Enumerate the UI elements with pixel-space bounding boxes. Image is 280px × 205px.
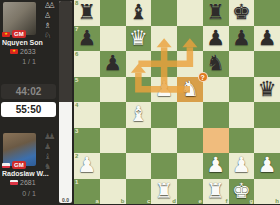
board-square-g4[interactable] [229, 102, 255, 128]
rank-label: 6 [75, 51, 78, 57]
black-pawn-h7[interactable]: ♟ [258, 26, 277, 52]
flag-star: ★ [10, 47, 18, 55]
black-king-g8[interactable]: ♚ [232, 0, 251, 26]
black-pawn-g7[interactable]: ♟ [232, 26, 251, 52]
board-square-b4[interactable] [100, 102, 126, 128]
board-square-c6[interactable] [126, 51, 152, 77]
board-square-h6[interactable] [254, 51, 280, 77]
board-square-h1[interactable]: h [254, 179, 280, 205]
board-square-f7[interactable]: ♟ [203, 26, 229, 52]
evaluation-bar-black-half [59, 1, 72, 102]
board-square-f1[interactable]: f♜ [203, 179, 229, 205]
bottom-captured-pieces: ♟♟♟♝♞ [44, 132, 58, 172]
top-player-name[interactable]: Nguyen Son [2, 39, 56, 46]
board-square-d6[interactable] [151, 51, 177, 77]
board-square-a3[interactable]: 3 [74, 128, 100, 154]
white-rook-d1[interactable]: ♜ [155, 179, 174, 205]
board-square-a4[interactable]: 4 [74, 102, 100, 128]
board-square-b8[interactable] [100, 0, 126, 26]
board-square-e1[interactable]: e [177, 179, 203, 205]
top-player-rating: 2633 [20, 48, 36, 55]
file-label: a [95, 198, 98, 204]
board-square-c8[interactable]: ♝ [126, 0, 152, 26]
top-country-flag-icon: ★ [2, 32, 10, 37]
captured-piece-icon: ♟♟ [44, 132, 58, 142]
board-square-h2[interactable]: ♟ [254, 153, 280, 179]
black-knight-f6[interactable]: ♞ [206, 51, 225, 77]
black-queen-h5[interactable]: ♛ [258, 77, 277, 103]
white-rook-f1[interactable]: ♜ [206, 179, 225, 205]
board-square-b1[interactable]: b [100, 179, 126, 205]
file-label: b [121, 198, 125, 204]
bottom-country-flag-icon [2, 163, 10, 168]
bottom-rating-flag-icon [10, 180, 18, 185]
board-square-g2[interactable]: ♟ [229, 153, 255, 179]
bottom-player-clock: 55:50 [1, 102, 56, 117]
white-queen-c7[interactable]: ♛ [129, 26, 148, 52]
top-match-score: 1 / 1 [0, 58, 58, 65]
board-square-c4[interactable]: ♝ [126, 102, 152, 128]
white-knight-e5[interactable]: ♞ [180, 77, 199, 103]
board-square-e2[interactable] [177, 153, 203, 179]
file-label: f [226, 198, 228, 204]
bottom-match-score: 0 / 1 [0, 190, 58, 197]
captured-piece-icon: ♙♙ [44, 1, 58, 11]
board-square-c2[interactable] [126, 153, 152, 179]
board-square-g3[interactable] [229, 128, 255, 154]
board-square-f4[interactable] [203, 102, 229, 128]
black-pawn-f7[interactable]: ♟ [206, 26, 225, 52]
board-square-a1[interactable]: 1a [74, 179, 100, 205]
captured-piece-icon: ♟ [44, 142, 58, 152]
rank-label: 3 [75, 128, 78, 134]
board-square-h4[interactable] [254, 102, 280, 128]
board-square-f2[interactable]: ♟ [203, 153, 229, 179]
black-pawn-b6[interactable]: ♟ [103, 51, 122, 77]
mistake-badge-icon: ? [198, 72, 208, 82]
captured-piece-icon: ♝ [44, 152, 58, 162]
board-square-g5[interactable] [229, 77, 255, 103]
board-square-f3[interactable] [203, 128, 229, 154]
rank-label: 1 [75, 179, 78, 185]
board-square-f8[interactable]: ♜ [203, 0, 229, 26]
board-square-d5[interactable]: ♟ [151, 77, 177, 103]
white-pawn-h2[interactable]: ♟ [258, 153, 277, 179]
board-square-b6[interactable]: ♟ [100, 51, 126, 77]
evaluation-bar: 0.0 [59, 1, 72, 203]
board-square-e4[interactable] [177, 102, 203, 128]
board-square-e7[interactable] [177, 26, 203, 52]
board-square-b3[interactable] [100, 128, 126, 154]
board-square-a5[interactable]: 5 [74, 77, 100, 103]
board-square-d1[interactable]: d♜ [151, 179, 177, 205]
board-square-d8[interactable] [151, 0, 177, 26]
top-captured-pieces: ♙♙♙♗♘ [44, 1, 58, 41]
black-rook-f8[interactable]: ♜ [206, 0, 225, 26]
file-label: e [198, 198, 201, 204]
board-square-e3[interactable] [177, 128, 203, 154]
board-square-h3[interactable] [254, 128, 280, 154]
file-label: c [147, 198, 150, 204]
board-square-d7[interactable] [151, 26, 177, 52]
board-square-b5[interactable] [100, 77, 126, 103]
evaluation-value: 0.0 [59, 197, 72, 203]
file-label: h [275, 198, 279, 204]
board-square-e8[interactable] [177, 0, 203, 26]
board-square-d2[interactable] [151, 153, 177, 179]
board-square-a2[interactable]: 2♟ [74, 153, 100, 179]
board-square-g7[interactable]: ♟ [229, 26, 255, 52]
chess-board[interactable]: 8♜♝♜♚7♟♛♟♟♟6♟♞5♟♞♛4♝32♟♟♟♟1abcd♜ef♜g♚h [74, 0, 280, 204]
bottom-gm-title-badge: GM [12, 161, 26, 169]
board-square-a6[interactable]: 6 [74, 51, 100, 77]
top-rating-flag-icon: ★ [10, 49, 18, 54]
board-square-b7[interactable] [100, 26, 126, 52]
white-pawn-g2[interactable]: ♟ [232, 153, 251, 179]
board-square-h7[interactable]: ♟ [254, 26, 280, 52]
black-rook-a8[interactable]: ♜ [77, 0, 96, 26]
top-player-clock: 44:02 [1, 84, 56, 99]
board-square-c5[interactable] [126, 77, 152, 103]
board-square-d4[interactable] [151, 102, 177, 128]
board-square-g1[interactable]: g♚ [229, 179, 255, 205]
white-pawn-d5[interactable]: ♟ [155, 77, 174, 103]
board-square-a7[interactable]: 7♟ [74, 26, 100, 52]
white-pawn-f2[interactable]: ♟ [206, 153, 225, 179]
rank-label: 4 [75, 102, 78, 108]
black-pawn-a7[interactable]: ♟ [77, 26, 96, 52]
board-square-h8[interactable] [254, 0, 280, 26]
bottom-player-rating: 2681 [20, 179, 36, 186]
board-square-a8[interactable]: 8♜ [74, 0, 100, 26]
board-square-c7[interactable]: ♛ [126, 26, 152, 52]
board-square-b2[interactable] [100, 153, 126, 179]
top-gm-title-badge: GM [12, 30, 26, 38]
white-pawn-a2[interactable]: ♟ [77, 153, 96, 179]
board-square-g8[interactable]: ♚ [229, 0, 255, 26]
bottom-player-name[interactable]: Radoslaw W... [2, 170, 56, 177]
rank-label: 5 [75, 77, 78, 83]
player-sidebar: ♙♙♙♗♘ ★ GM Nguyen Son ★ 2633 1 / 1 44:02… [0, 0, 58, 204]
captured-piece-icon: ♙ [44, 11, 58, 21]
white-bishop-c4[interactable]: ♝ [129, 102, 148, 128]
board-square-h5[interactable]: ♛ [254, 77, 280, 103]
board-square-d3[interactable] [151, 128, 177, 154]
board-square-c1[interactable]: c [126, 179, 152, 205]
flag-star: ★ [2, 30, 10, 38]
board-square-c3[interactable] [126, 128, 152, 154]
black-bishop-c8[interactable]: ♝ [129, 0, 148, 26]
captured-piece-icon: ♗ [44, 21, 58, 31]
board-square-g6[interactable] [229, 51, 255, 77]
white-king-g1[interactable]: ♚ [232, 179, 251, 205]
